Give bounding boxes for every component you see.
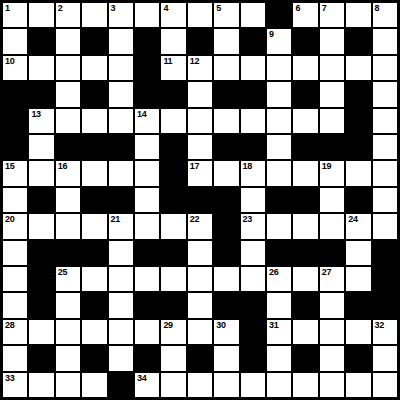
white-cell[interactable] [241,267,265,291]
white-cell[interactable]: 4 [161,3,185,27]
white-cell[interactable] [3,267,27,291]
clue-number: 28 [5,320,14,330]
clue-number: 19 [322,161,331,171]
white-cell[interactable] [109,267,133,291]
white-cell[interactable] [346,267,370,291]
clue-number: 27 [322,267,331,277]
white-cell[interactable] [161,109,185,133]
white-cell[interactable] [293,109,317,133]
black-cell [135,293,159,317]
white-cell[interactable]: 15 [3,161,27,185]
white-cell[interactable] [109,56,133,80]
white-cell[interactable]: 20 [3,214,27,238]
black-cell [293,241,317,265]
black-cell [293,135,317,159]
white-cell[interactable]: 27 [320,267,344,291]
white-cell[interactable] [82,320,106,344]
white-cell[interactable] [320,188,344,212]
white-cell[interactable] [214,346,238,370]
black-cell [214,188,238,212]
crossword-board: 1234567891011121314151617181920212223242… [0,0,400,400]
black-cell [241,29,265,53]
black-cell [109,373,133,397]
black-cell [29,188,53,212]
black-cell [109,188,133,212]
white-cell[interactable]: 10 [3,56,27,80]
white-cell[interactable] [56,109,80,133]
white-cell[interactable]: 22 [188,214,212,238]
white-cell[interactable] [346,241,370,265]
black-cell [346,82,370,106]
white-cell[interactable]: 33 [3,373,27,397]
white-cell[interactable] [346,56,370,80]
white-cell[interactable] [188,241,212,265]
white-cell[interactable] [109,29,133,53]
white-cell[interactable]: 5 [214,3,238,27]
black-cell [3,135,27,159]
white-cell[interactable]: 6 [293,3,317,27]
white-cell[interactable] [188,293,212,317]
black-cell [267,3,291,27]
white-cell[interactable] [188,135,212,159]
clue-number: 29 [163,320,172,330]
black-cell [82,293,106,317]
black-cell [3,109,27,133]
white-cell[interactable] [188,267,212,291]
white-cell[interactable] [29,320,53,344]
black-cell [267,241,291,265]
black-cell [373,267,397,291]
black-cell [161,82,185,106]
black-cell [241,82,265,106]
white-cell[interactable] [56,214,80,238]
white-cell[interactable]: 21 [109,214,133,238]
white-cell[interactable] [82,3,106,27]
clue-number: 12 [190,56,199,66]
black-cell [135,241,159,265]
white-cell[interactable]: 32 [373,320,397,344]
white-cell[interactable]: 3 [109,3,133,27]
clue-number: 3 [111,3,116,13]
white-cell[interactable] [267,346,291,370]
white-cell[interactable] [373,29,397,53]
white-cell[interactable] [109,241,133,265]
white-cell[interactable] [346,3,370,27]
white-cell[interactable]: 30 [214,320,238,344]
white-cell[interactable] [373,109,397,133]
black-cell [82,29,106,53]
black-cell [373,293,397,317]
black-cell [346,293,370,317]
white-cell[interactable]: 8 [373,3,397,27]
white-cell[interactable] [56,293,80,317]
white-cell[interactable] [109,346,133,370]
black-cell [161,293,185,317]
white-cell[interactable] [56,320,80,344]
clue-number: 30 [216,320,225,330]
white-cell[interactable]: 13 [29,109,53,133]
white-cell[interactable] [29,135,53,159]
clue-number: 21 [111,214,120,224]
white-cell[interactable] [293,267,317,291]
white-cell[interactable] [135,3,159,27]
white-cell[interactable] [373,161,397,185]
black-cell [241,320,265,344]
white-cell[interactable] [293,214,317,238]
white-cell[interactable] [214,267,238,291]
clue-number: 22 [190,214,199,224]
black-cell [214,135,238,159]
white-cell[interactable]: 11 [161,56,185,80]
black-cell [135,29,159,53]
white-cell[interactable] [109,109,133,133]
white-cell[interactable] [29,214,53,238]
white-cell[interactable] [267,82,291,106]
white-cell[interactable] [320,373,344,397]
white-cell[interactable] [267,135,291,159]
white-cell[interactable] [293,161,317,185]
white-cell[interactable] [267,56,291,80]
black-cell [214,293,238,317]
white-cell[interactable] [82,373,106,397]
white-cell[interactable]: 17 [188,161,212,185]
black-cell [161,161,185,185]
white-cell[interactable] [29,373,53,397]
clue-number: 15 [5,161,14,171]
white-cell[interactable] [320,56,344,80]
white-cell[interactable] [109,161,133,185]
white-cell[interactable] [241,241,265,265]
clue-number: 26 [269,267,278,277]
white-cell[interactable] [188,109,212,133]
white-cell[interactable] [267,214,291,238]
black-cell [241,293,265,317]
white-cell[interactable]: 24 [346,214,370,238]
white-cell[interactable] [320,320,344,344]
white-cell[interactable] [82,56,106,80]
black-cell [346,346,370,370]
white-cell[interactable] [214,29,238,53]
white-cell[interactable] [267,293,291,317]
white-cell[interactable] [56,82,80,106]
white-cell[interactable] [135,214,159,238]
black-cell [56,241,80,265]
white-cell[interactable]: 31 [267,320,291,344]
white-cell[interactable] [3,29,27,53]
white-cell[interactable] [109,320,133,344]
white-cell[interactable] [161,373,185,397]
white-cell[interactable] [293,373,317,397]
black-cell [82,135,106,159]
white-cell[interactable] [320,346,344,370]
white-cell[interactable] [214,109,238,133]
clue-number: 32 [375,320,384,330]
black-cell [135,56,159,80]
white-cell[interactable] [56,56,80,80]
white-cell[interactable] [293,56,317,80]
white-cell[interactable] [346,320,370,344]
white-cell[interactable] [3,346,27,370]
white-cell[interactable] [82,214,106,238]
white-cell[interactable] [82,161,106,185]
white-cell[interactable] [293,320,317,344]
clue-number: 4 [163,3,168,13]
white-cell[interactable] [214,373,238,397]
black-cell [82,346,106,370]
white-cell[interactable] [135,320,159,344]
black-cell [346,188,370,212]
white-cell[interactable] [267,161,291,185]
white-cell[interactable] [241,56,265,80]
white-cell[interactable] [320,82,344,106]
white-cell[interactable]: 2 [56,3,80,27]
white-cell[interactable]: 28 [3,320,27,344]
white-cell[interactable] [82,267,106,291]
white-cell[interactable] [29,161,53,185]
white-cell[interactable] [3,188,27,212]
white-cell[interactable]: 7 [320,3,344,27]
black-cell [29,241,53,265]
white-cell[interactable] [241,3,265,27]
black-cell [135,82,159,106]
clue-number: 17 [190,161,199,171]
clue-number: 13 [31,109,40,119]
white-cell[interactable] [241,373,265,397]
white-cell[interactable] [214,56,238,80]
black-cell [346,135,370,159]
black-cell [161,241,185,265]
white-cell[interactable] [373,214,397,238]
white-cell[interactable] [3,241,27,265]
black-cell [373,241,397,265]
white-cell[interactable] [135,267,159,291]
clue-number: 5 [216,3,221,13]
black-cell [293,82,317,106]
black-cell [82,82,106,106]
black-cell [188,29,212,53]
black-cell [346,109,370,133]
clue-number: 18 [243,161,252,171]
black-cell [29,29,53,53]
clue-number: 33 [5,373,14,383]
black-cell [56,135,80,159]
black-cell [109,135,133,159]
clue-number: 16 [58,161,67,171]
white-cell[interactable] [373,373,397,397]
white-cell[interactable] [373,56,397,80]
black-cell [82,188,106,212]
white-cell[interactable]: 18 [241,161,265,185]
white-cell[interactable] [241,188,265,212]
white-cell[interactable] [56,373,80,397]
white-cell[interactable] [188,3,212,27]
white-cell[interactable] [346,161,370,185]
white-cell[interactable] [56,29,80,53]
clue-number: 14 [137,109,146,119]
black-cell [293,293,317,317]
clue-number: 10 [5,56,14,66]
white-cell[interactable]: 16 [56,161,80,185]
white-cell[interactable] [56,188,80,212]
black-cell [3,82,27,106]
clue-number: 9 [269,29,274,39]
white-cell[interactable] [135,161,159,185]
black-cell [188,346,212,370]
black-cell [293,346,317,370]
white-cell[interactable]: 25 [56,267,80,291]
white-cell[interactable] [109,293,133,317]
black-cell [82,241,106,265]
white-cell[interactable] [373,82,397,106]
black-cell [293,188,317,212]
black-cell [320,135,344,159]
clue-number: 31 [269,320,278,330]
black-cell [29,267,53,291]
white-cell[interactable] [29,3,53,27]
white-cell[interactable] [373,135,397,159]
white-cell[interactable] [188,82,212,106]
white-cell[interactable] [135,188,159,212]
black-cell [214,82,238,106]
white-cell[interactable] [82,109,106,133]
black-cell [29,293,53,317]
black-cell [135,346,159,370]
white-cell[interactable]: 14 [135,109,159,133]
white-cell[interactable] [188,373,212,397]
white-cell[interactable] [135,135,159,159]
white-cell[interactable] [56,346,80,370]
black-cell [267,188,291,212]
clue-number: 25 [58,267,67,277]
black-cell [214,214,238,238]
white-cell[interactable] [267,373,291,397]
white-cell[interactable] [109,82,133,106]
white-cell[interactable] [161,214,185,238]
white-cell[interactable]: 12 [188,56,212,80]
white-cell[interactable] [346,373,370,397]
clue-number: 34 [137,373,146,383]
clue-number: 23 [243,214,252,224]
black-cell [320,241,344,265]
clue-number: 6 [295,3,300,13]
clue-number: 24 [348,214,357,224]
white-cell[interactable] [373,188,397,212]
white-cell[interactable]: 26 [267,267,291,291]
white-cell[interactable] [373,346,397,370]
clue-number: 20 [5,214,14,224]
white-cell[interactable] [320,293,344,317]
black-cell [161,135,185,159]
white-cell[interactable] [188,320,212,344]
clue-number: 2 [58,3,63,13]
white-cell[interactable] [161,267,185,291]
white-cell[interactable] [241,109,265,133]
black-cell [346,29,370,53]
black-cell [214,241,238,265]
white-cell[interactable] [320,29,344,53]
white-cell[interactable] [3,293,27,317]
black-cell [29,346,53,370]
black-cell [161,188,185,212]
white-cell[interactable] [161,29,185,53]
black-cell [188,188,212,212]
white-cell[interactable]: 9 [267,29,291,53]
clue-number: 8 [375,3,380,13]
white-cell[interactable]: 1 [3,3,27,27]
white-cell[interactable] [320,109,344,133]
black-cell [29,82,53,106]
white-cell[interactable]: 23 [241,214,265,238]
white-cell[interactable] [161,346,185,370]
clue-number: 7 [322,3,327,13]
white-cell[interactable] [29,56,53,80]
white-cell[interactable]: 29 [161,320,185,344]
clue-number: 11 [163,56,172,66]
white-cell[interactable]: 19 [320,161,344,185]
black-cell [293,29,317,53]
white-cell[interactable] [320,214,344,238]
clue-number: 1 [5,3,10,13]
black-cell [241,135,265,159]
black-cell [241,346,265,370]
white-cell[interactable] [214,161,238,185]
white-cell[interactable] [267,109,291,133]
white-cell[interactable]: 34 [135,373,159,397]
